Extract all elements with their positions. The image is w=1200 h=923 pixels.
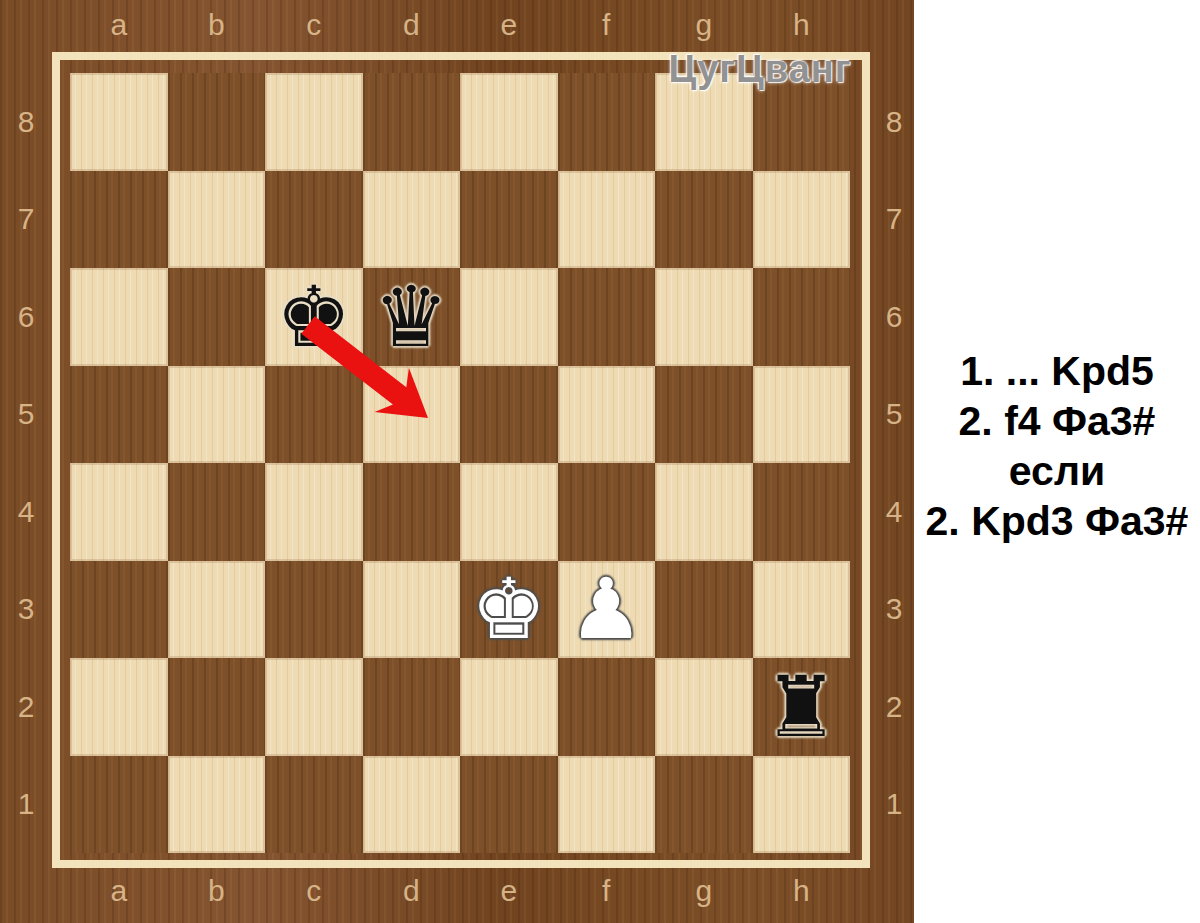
square-b3 [168, 561, 266, 659]
square-h2: ♜ [753, 658, 851, 756]
square-g4 [655, 463, 753, 561]
square-f4 [558, 463, 656, 561]
rank-label-8: 8 [872, 73, 916, 171]
square-h3 [753, 561, 851, 659]
piece-black-queen: ♛ [374, 275, 449, 359]
square-e8 [460, 73, 558, 171]
square-c6: ♚ [265, 268, 363, 366]
square-c1 [265, 756, 363, 854]
square-h6 [753, 268, 851, 366]
file-label-g: g [655, 868, 753, 914]
square-f8 [558, 73, 656, 171]
rank-label-1: 1 [0, 756, 52, 854]
square-a6 [70, 268, 168, 366]
square-a5 [70, 366, 168, 464]
square-b8 [168, 73, 266, 171]
square-h5 [753, 366, 851, 464]
square-e5 [460, 366, 558, 464]
square-e6 [460, 268, 558, 366]
square-b2 [168, 658, 266, 756]
square-b4 [168, 463, 266, 561]
square-e1 [460, 756, 558, 854]
rank-label-7: 7 [0, 171, 52, 269]
square-g3 [655, 561, 753, 659]
file-label-g: g [655, 2, 753, 48]
square-f1 [558, 756, 656, 854]
square-c2 [265, 658, 363, 756]
square-b5 [168, 366, 266, 464]
rank-label-4: 4 [872, 463, 916, 561]
square-g2 [655, 658, 753, 756]
file-label-c: c [265, 868, 363, 914]
square-b6 [168, 268, 266, 366]
square-d3 [363, 561, 461, 659]
square-a4 [70, 463, 168, 561]
piece-white-king: ♚ [471, 567, 546, 651]
square-b1 [168, 756, 266, 854]
file-label-f: f [558, 2, 656, 48]
square-a2 [70, 658, 168, 756]
file-label-c: c [265, 2, 363, 48]
file-label-d: d [363, 868, 461, 914]
square-c8 [265, 73, 363, 171]
square-d7 [363, 171, 461, 269]
rank-label-3: 3 [872, 561, 916, 659]
square-d4 [363, 463, 461, 561]
square-d1 [363, 756, 461, 854]
watermark: ЦугЦванг [652, 48, 868, 91]
square-a8 [70, 73, 168, 171]
piece-black-rook: ♜ [764, 665, 839, 749]
rank-label-4: 4 [0, 463, 52, 561]
square-d6: ♛ [363, 268, 461, 366]
file-label-b: b [168, 2, 266, 48]
square-f6 [558, 268, 656, 366]
square-c4 [265, 463, 363, 561]
square-a1 [70, 756, 168, 854]
square-g1 [655, 756, 753, 854]
square-h7 [753, 171, 851, 269]
piece-white-pawn: ♟ [569, 567, 644, 651]
square-b7 [168, 171, 266, 269]
square-e4 [460, 463, 558, 561]
square-f3: ♟ [558, 561, 656, 659]
move-line-4: 2. Kpd3 Фа3# [926, 496, 1189, 546]
analysis-panel: 1. ... Kpd5 2. f4 Фа3# если 2. Kpd3 Фа3# [914, 0, 1200, 923]
file-label-e: e [460, 2, 558, 48]
rank-label-6: 6 [0, 268, 52, 366]
file-label-h: h [753, 2, 851, 48]
square-c3 [265, 561, 363, 659]
rank-labels-right: 87654321 [872, 73, 916, 853]
piece-black-king: ♚ [276, 275, 351, 359]
rank-label-2: 2 [872, 658, 916, 756]
square-d5 [363, 366, 461, 464]
chess-board: abcdefgh abcdefgh 87654321 87654321 ♚♛♚♟… [0, 0, 914, 923]
square-f5 [558, 366, 656, 464]
square-h4 [753, 463, 851, 561]
square-g6 [655, 268, 753, 366]
file-labels-top: abcdefgh [70, 2, 850, 48]
square-e3: ♚ [460, 561, 558, 659]
square-d2 [363, 658, 461, 756]
rank-label-2: 2 [0, 658, 52, 756]
rank-label-6: 6 [872, 268, 916, 366]
square-c5 [265, 366, 363, 464]
rank-label-1: 1 [872, 756, 916, 854]
file-label-a: a [70, 868, 168, 914]
square-g7 [655, 171, 753, 269]
file-labels-bottom: abcdefgh [70, 868, 850, 914]
square-g5 [655, 366, 753, 464]
move-line-2: 2. f4 Фа3# [926, 396, 1189, 446]
file-label-b: b [168, 868, 266, 914]
rank-label-8: 8 [0, 73, 52, 171]
move-line-1: 1. ... Kpd5 [926, 346, 1189, 396]
square-e2 [460, 658, 558, 756]
square-f7 [558, 171, 656, 269]
square-h1 [753, 756, 851, 854]
file-label-h: h [753, 868, 851, 914]
board-squares: ♚♛♚♟♜ [70, 73, 850, 853]
rank-label-3: 3 [0, 561, 52, 659]
file-label-d: d [363, 2, 461, 48]
file-label-e: e [460, 868, 558, 914]
analysis-text-block: 1. ... Kpd5 2. f4 Фа3# если 2. Kpd3 Фа3# [926, 346, 1189, 546]
square-a7 [70, 171, 168, 269]
rank-labels-left: 87654321 [0, 73, 52, 853]
square-a3 [70, 561, 168, 659]
square-d8 [363, 73, 461, 171]
rank-label-5: 5 [0, 366, 52, 464]
square-c7 [265, 171, 363, 269]
rank-label-5: 5 [872, 366, 916, 464]
rank-label-7: 7 [872, 171, 916, 269]
square-f2 [558, 658, 656, 756]
move-line-3: если [926, 446, 1189, 496]
square-e7 [460, 171, 558, 269]
file-label-a: a [70, 2, 168, 48]
file-label-f: f [558, 868, 656, 914]
